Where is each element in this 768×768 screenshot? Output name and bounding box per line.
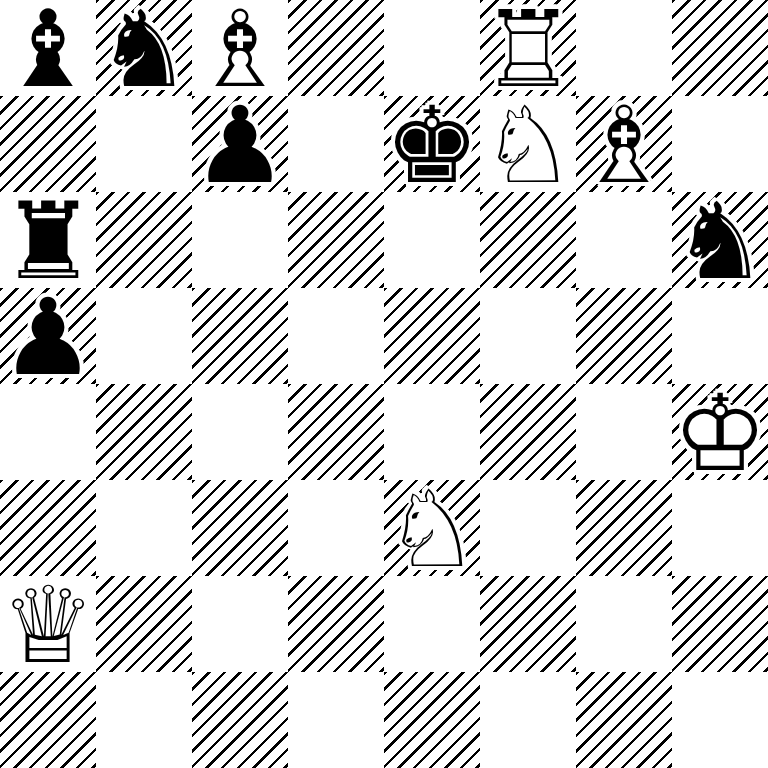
square-d3[interactable] [288,480,384,576]
piece-black-bishop[interactable]: ♝♝ [0,0,96,96]
piece-white-bishop[interactable]: ♝♗ [576,96,672,192]
square-e8[interactable] [384,0,480,96]
square-d6[interactable] [288,192,384,288]
piece-white-bishop[interactable]: ♝♗ [192,0,288,96]
white-knight-icon: ♘ [384,482,480,578]
square-f4[interactable] [480,384,576,480]
square-a5[interactable]: ♟♟ [0,288,96,384]
square-g8[interactable] [576,0,672,96]
square-h7[interactable] [672,96,768,192]
square-g4[interactable] [576,384,672,480]
square-e1[interactable] [384,672,480,768]
square-h2[interactable] [672,576,768,672]
square-c7[interactable]: ♟♟ [192,96,288,192]
square-g7[interactable]: ♝♗ [576,96,672,192]
square-f8[interactable]: ♜♖ [480,0,576,96]
square-a2[interactable]: ♛♕ [0,576,96,672]
square-f2[interactable] [480,576,576,672]
piece-white-knight[interactable]: ♞♘ [384,480,480,576]
square-a3[interactable] [0,480,96,576]
square-g1[interactable] [576,672,672,768]
piece-black-rook[interactable]: ♜♜ [0,192,96,288]
square-d2[interactable] [288,576,384,672]
black-knight-icon: ♞ [96,2,192,98]
square-d5[interactable] [288,288,384,384]
square-c5[interactable] [192,288,288,384]
square-f3[interactable] [480,480,576,576]
square-f5[interactable] [480,288,576,384]
square-c4[interactable] [192,384,288,480]
square-e4[interactable] [384,384,480,480]
white-bishop-icon: ♗ [576,98,672,194]
square-h4[interactable]: ♚♔ [672,384,768,480]
white-queen-icon: ♕ [0,578,96,674]
square-b3[interactable] [96,480,192,576]
black-bishop-icon: ♝ [0,2,96,98]
square-a8[interactable]: ♝♝ [0,0,96,96]
square-a6[interactable]: ♜♜ [0,192,96,288]
square-d8[interactable] [288,0,384,96]
square-c8[interactable]: ♝♗ [192,0,288,96]
square-h6[interactable]: ♞♞ [672,192,768,288]
piece-white-king[interactable]: ♚♔ [672,384,768,480]
square-e7[interactable]: ♚♚ [384,96,480,192]
square-b2[interactable] [96,576,192,672]
white-king-icon: ♔ [672,386,768,482]
square-b8[interactable]: ♞♞ [96,0,192,96]
square-g2[interactable] [576,576,672,672]
black-king-icon: ♚ [384,98,480,194]
black-knight-icon: ♞ [672,194,768,290]
square-d7[interactable] [288,96,384,192]
square-b1[interactable] [96,672,192,768]
square-c1[interactable] [192,672,288,768]
piece-black-knight[interactable]: ♞♞ [672,192,768,288]
square-g3[interactable] [576,480,672,576]
piece-white-knight[interactable]: ♞♘ [480,96,576,192]
square-e5[interactable] [384,288,480,384]
black-pawn-icon: ♟ [0,290,96,386]
square-g5[interactable] [576,288,672,384]
square-e3[interactable]: ♞♘ [384,480,480,576]
square-d1[interactable] [288,672,384,768]
piece-white-rook[interactable]: ♜♖ [480,0,576,96]
square-f1[interactable] [480,672,576,768]
square-d4[interactable] [288,384,384,480]
square-b6[interactable] [96,192,192,288]
square-f7[interactable]: ♞♘ [480,96,576,192]
piece-black-pawn[interactable]: ♟♟ [0,288,96,384]
black-pawn-icon: ♟ [192,98,288,194]
square-h1[interactable] [672,672,768,768]
piece-black-pawn[interactable]: ♟♟ [192,96,288,192]
piece-black-knight[interactable]: ♞♞ [96,0,192,96]
square-c3[interactable] [192,480,288,576]
square-c2[interactable] [192,576,288,672]
white-knight-icon: ♘ [480,98,576,194]
piece-white-queen[interactable]: ♛♕ [0,576,96,672]
chess-board: ♝♝♞♞♝♗♜♖♟♟♚♚♞♘♝♗♜♜♞♞♟♟♚♔♞♘♛♕ [0,0,768,768]
square-b4[interactable] [96,384,192,480]
square-b5[interactable] [96,288,192,384]
square-h8[interactable] [672,0,768,96]
piece-black-king[interactable]: ♚♚ [384,96,480,192]
